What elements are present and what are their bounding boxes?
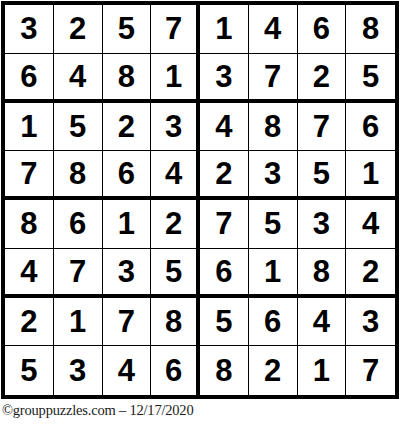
copyright-credit: ©grouppuzzles.com – 12/17/2020 bbox=[2, 402, 400, 419]
cell-r2c7: 2 bbox=[298, 54, 347, 103]
cell-r4c8: 1 bbox=[346, 151, 395, 200]
cell-r4c5: 2 bbox=[200, 151, 249, 200]
cell-r4c4: 4 bbox=[151, 151, 200, 200]
cell-r3c2: 5 bbox=[54, 103, 103, 152]
cell-r1c1: 3 bbox=[5, 5, 54, 54]
cell-r7c1: 2 bbox=[5, 298, 54, 347]
cell-r2c5: 3 bbox=[200, 54, 249, 103]
cell-r1c7: 6 bbox=[298, 5, 347, 54]
cell-r6c6: 1 bbox=[249, 249, 298, 298]
cell-r3c6: 8 bbox=[249, 103, 298, 152]
cell-r8c1: 5 bbox=[5, 346, 54, 395]
cell-r7c2: 1 bbox=[54, 298, 103, 347]
cell-r3c3: 2 bbox=[103, 103, 152, 152]
cell-r5c2: 6 bbox=[54, 200, 103, 249]
cell-r3c7: 7 bbox=[298, 103, 347, 152]
cell-r8c4: 6 bbox=[151, 346, 200, 395]
cell-r6c3: 3 bbox=[103, 249, 152, 298]
cell-r4c1: 7 bbox=[5, 151, 54, 200]
cell-r5c1: 8 bbox=[5, 200, 54, 249]
cell-r4c6: 3 bbox=[249, 151, 298, 200]
cell-r4c7: 5 bbox=[298, 151, 347, 200]
cell-r6c5: 6 bbox=[200, 249, 249, 298]
cell-r3c1: 1 bbox=[5, 103, 54, 152]
cell-r7c5: 5 bbox=[200, 298, 249, 347]
cell-r1c5: 1 bbox=[200, 5, 249, 54]
cell-r8c2: 3 bbox=[54, 346, 103, 395]
cell-r7c6: 6 bbox=[249, 298, 298, 347]
cell-r5c6: 5 bbox=[249, 200, 298, 249]
cell-r7c4: 8 bbox=[151, 298, 200, 347]
cell-r7c8: 3 bbox=[346, 298, 395, 347]
cell-r1c8: 8 bbox=[346, 5, 395, 54]
cell-r5c5: 7 bbox=[200, 200, 249, 249]
cell-r3c8: 6 bbox=[346, 103, 395, 152]
cell-r8c6: 2 bbox=[249, 346, 298, 395]
cell-r1c3: 5 bbox=[103, 5, 152, 54]
cell-r3c5: 4 bbox=[200, 103, 249, 152]
cell-r6c7: 8 bbox=[298, 249, 347, 298]
cell-r1c2: 2 bbox=[54, 5, 103, 54]
cell-r1c6: 4 bbox=[249, 5, 298, 54]
cell-r7c7: 4 bbox=[298, 298, 347, 347]
cell-r4c3: 6 bbox=[103, 151, 152, 200]
cell-r5c4: 2 bbox=[151, 200, 200, 249]
cell-r8c5: 8 bbox=[200, 346, 249, 395]
cell-r3c4: 3 bbox=[151, 103, 200, 152]
cell-r6c2: 7 bbox=[54, 249, 103, 298]
cell-r2c8: 5 bbox=[346, 54, 395, 103]
cell-r4c2: 8 bbox=[54, 151, 103, 200]
cell-r2c2: 4 bbox=[54, 54, 103, 103]
cell-r2c1: 6 bbox=[5, 54, 54, 103]
sudoku-board: 3257146864813725152348767864235186127534… bbox=[1, 1, 399, 399]
cell-r7c3: 7 bbox=[103, 298, 152, 347]
cell-r2c3: 8 bbox=[103, 54, 152, 103]
cell-r8c3: 4 bbox=[103, 346, 152, 395]
cell-r5c8: 4 bbox=[346, 200, 395, 249]
cell-r8c8: 7 bbox=[346, 346, 395, 395]
cell-r5c3: 1 bbox=[103, 200, 152, 249]
cell-r5c7: 3 bbox=[298, 200, 347, 249]
cell-r6c1: 4 bbox=[5, 249, 54, 298]
cell-r2c6: 7 bbox=[249, 54, 298, 103]
cell-r8c7: 1 bbox=[298, 346, 347, 395]
cell-r2c4: 1 bbox=[151, 54, 200, 103]
cell-r6c8: 2 bbox=[346, 249, 395, 298]
cell-r1c4: 7 bbox=[151, 5, 200, 54]
cell-r6c4: 5 bbox=[151, 249, 200, 298]
